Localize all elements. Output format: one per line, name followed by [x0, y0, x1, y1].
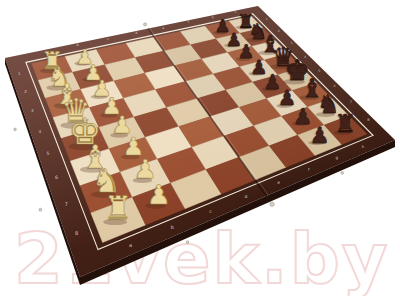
piece-shadow [235, 26, 250, 30]
piece-shadow [103, 219, 127, 225]
piece-shadow [213, 31, 226, 35]
piece-shadow [145, 203, 165, 208]
hinge-metal-dot [341, 171, 344, 174]
piece-shadow [46, 85, 66, 90]
piece-shadow [91, 95, 108, 99]
piece-shadow [258, 51, 275, 56]
piece-shadow [300, 95, 319, 100]
piece-shadow [224, 44, 238, 48]
hinge-metal-dot [39, 208, 42, 211]
piece-shadow [283, 79, 305, 85]
piece-shadow [333, 130, 352, 135]
piece-shadow [80, 166, 105, 172]
piece-shadow [40, 69, 58, 74]
hinge-metal-dot [143, 23, 146, 26]
piece-shadow [82, 77, 98, 81]
piece-shadow [308, 141, 325, 145]
piece-shadow [249, 72, 264, 76]
chess-board: 21vek.by a1a1b2b2c3c3d4d4e5e5f6f6g7g7h8h… [0, 0, 400, 296]
piece-shadow [74, 61, 90, 65]
piece-shadow [246, 38, 262, 42]
piece-shadow [100, 113, 117, 118]
piece-shadow [121, 154, 140, 159]
piece-shadow [236, 57, 250, 61]
piece-shadow [133, 178, 153, 183]
piece-shadow [292, 121, 308, 125]
piece-shadow [91, 191, 116, 198]
piece-shadow [276, 104, 292, 108]
piece-shadow [316, 112, 335, 117]
piece-shadow [262, 87, 277, 91]
hinge-metal-dot [186, 241, 189, 244]
piece-shadow [110, 133, 128, 138]
hinge-metal-dot [270, 202, 274, 206]
hinge-metal-dot [14, 128, 17, 131]
piece-shadow [69, 143, 96, 150]
piece-shadow [54, 103, 76, 109]
product-photo: 21vek.by a1a1b2b2c3c3d4d4e5e5f6f6g7g7h8h… [0, 0, 400, 296]
piece-shadow [61, 122, 86, 129]
piece-shadow [270, 64, 290, 69]
